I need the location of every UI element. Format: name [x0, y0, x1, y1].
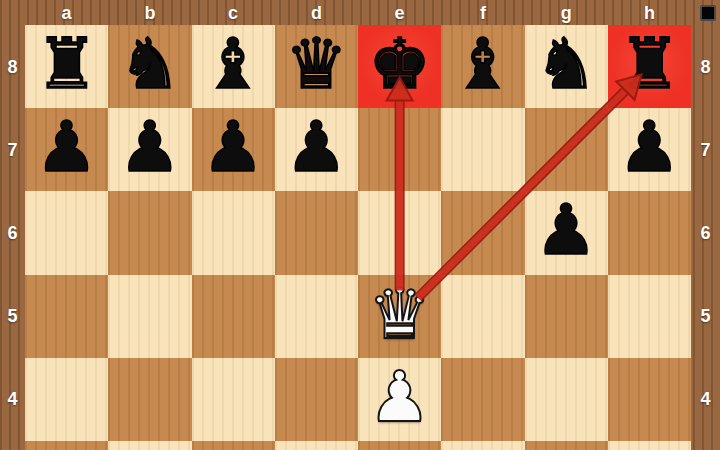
piece-black-bishop-c8[interactable]: ♝: [202, 25, 265, 106]
file-label-d: d: [275, 0, 358, 25]
square-c6[interactable]: [192, 191, 275, 274]
chess-app-window: abcdefgh 87654 87654 ♜♞♝♛♚♝♞♜♟♟♟♟♟♟♛♟: [0, 0, 720, 450]
square-a6[interactable]: [25, 191, 108, 274]
square-e8[interactable]: ♚: [358, 25, 441, 108]
corner-black-square-icon: [700, 5, 716, 21]
file-label-e: e: [358, 0, 441, 25]
square-b8[interactable]: ♞: [108, 25, 191, 108]
square-a7[interactable]: ♟: [25, 108, 108, 191]
rank-label-3: [0, 441, 25, 450]
square-b6[interactable]: [108, 191, 191, 274]
square-g6[interactable]: ♟: [525, 191, 608, 274]
piece-white-queen-e5[interactable]: ♛: [368, 273, 431, 356]
piece-black-knight-b8[interactable]: ♞: [118, 25, 181, 106]
square-a4[interactable]: [25, 358, 108, 441]
chess-board[interactable]: ♜♞♝♛♚♝♞♜♟♟♟♟♟♟♛♟: [25, 25, 691, 450]
square-h6[interactable]: [608, 191, 691, 274]
square-f4[interactable]: [441, 358, 524, 441]
square-a5[interactable]: [25, 275, 108, 358]
square-a3[interactable]: [25, 441, 108, 450]
square-d3[interactable]: [275, 441, 358, 450]
rank-label-3: [691, 441, 720, 450]
file-label-c: c: [192, 0, 275, 25]
square-c3[interactable]: [192, 441, 275, 450]
piece-white-pawn-e4[interactable]: ♟: [368, 356, 431, 439]
file-label-f: f: [441, 0, 524, 25]
square-h5[interactable]: [608, 275, 691, 358]
square-d5[interactable]: [275, 275, 358, 358]
square-e4[interactable]: ♟: [358, 358, 441, 441]
square-e7[interactable]: [358, 108, 441, 191]
piece-black-queen-d8[interactable]: ♛: [285, 25, 348, 106]
rank-label-4: 4: [691, 358, 720, 441]
square-g3[interactable]: [525, 441, 608, 450]
rank-coordinates-right: 87654: [691, 25, 720, 450]
file-label-a: a: [25, 0, 108, 25]
square-h4[interactable]: [608, 358, 691, 441]
square-f3[interactable]: [441, 441, 524, 450]
square-h7[interactable]: ♟: [608, 108, 691, 191]
rank-label-6: 6: [0, 191, 25, 274]
piece-black-rook-a8[interactable]: ♜: [35, 25, 98, 106]
file-label-b: b: [108, 0, 191, 25]
square-h8[interactable]: ♜: [608, 25, 691, 108]
square-d7[interactable]: ♟: [275, 108, 358, 191]
file-coordinates: abcdefgh: [25, 0, 691, 25]
rank-label-5: 5: [0, 275, 25, 358]
square-c4[interactable]: [192, 358, 275, 441]
square-c8[interactable]: ♝: [192, 25, 275, 108]
square-g4[interactable]: [525, 358, 608, 441]
rank-label-6: 6: [691, 191, 720, 274]
piece-black-pawn-c7[interactable]: ♟: [202, 106, 265, 189]
square-e5[interactable]: ♛: [358, 275, 441, 358]
square-f6[interactable]: [441, 191, 524, 274]
square-h3[interactable]: [608, 441, 691, 450]
piece-black-pawn-a7[interactable]: ♟: [35, 106, 98, 189]
square-g8[interactable]: ♞: [525, 25, 608, 108]
square-d6[interactable]: [275, 191, 358, 274]
square-c5[interactable]: [192, 275, 275, 358]
piece-black-king-e8[interactable]: ♚: [368, 25, 431, 106]
square-e6[interactable]: [358, 191, 441, 274]
piece-black-bishop-f8[interactable]: ♝: [451, 25, 514, 106]
file-label-g: g: [525, 0, 608, 25]
rank-label-7: 7: [0, 108, 25, 191]
square-f5[interactable]: [441, 275, 524, 358]
piece-black-knight-g8[interactable]: ♞: [535, 25, 598, 106]
square-b5[interactable]: [108, 275, 191, 358]
square-f8[interactable]: ♝: [441, 25, 524, 108]
square-g7[interactable]: [525, 108, 608, 191]
rank-label-7: 7: [691, 108, 720, 191]
square-f7[interactable]: [441, 108, 524, 191]
rank-label-8: 8: [691, 25, 720, 108]
piece-black-rook-h8[interactable]: ♜: [618, 25, 681, 106]
rank-coordinates-left: 87654: [0, 25, 25, 450]
square-b4[interactable]: [108, 358, 191, 441]
rank-label-8: 8: [0, 25, 25, 108]
file-label-h: h: [608, 0, 691, 25]
piece-black-pawn-g6[interactable]: ♟: [535, 189, 598, 272]
piece-black-pawn-b7[interactable]: ♟: [118, 106, 181, 189]
square-d8[interactable]: ♛: [275, 25, 358, 108]
piece-black-pawn-h7[interactable]: ♟: [618, 106, 681, 189]
square-d4[interactable]: [275, 358, 358, 441]
rank-label-4: 4: [0, 358, 25, 441]
square-a8[interactable]: ♜: [25, 25, 108, 108]
piece-black-pawn-d7[interactable]: ♟: [285, 106, 348, 189]
square-e3[interactable]: [358, 441, 441, 450]
square-g5[interactable]: [525, 275, 608, 358]
square-c7[interactable]: ♟: [192, 108, 275, 191]
square-b7[interactable]: ♟: [108, 108, 191, 191]
square-b3[interactable]: [108, 441, 191, 450]
rank-label-5: 5: [691, 275, 720, 358]
